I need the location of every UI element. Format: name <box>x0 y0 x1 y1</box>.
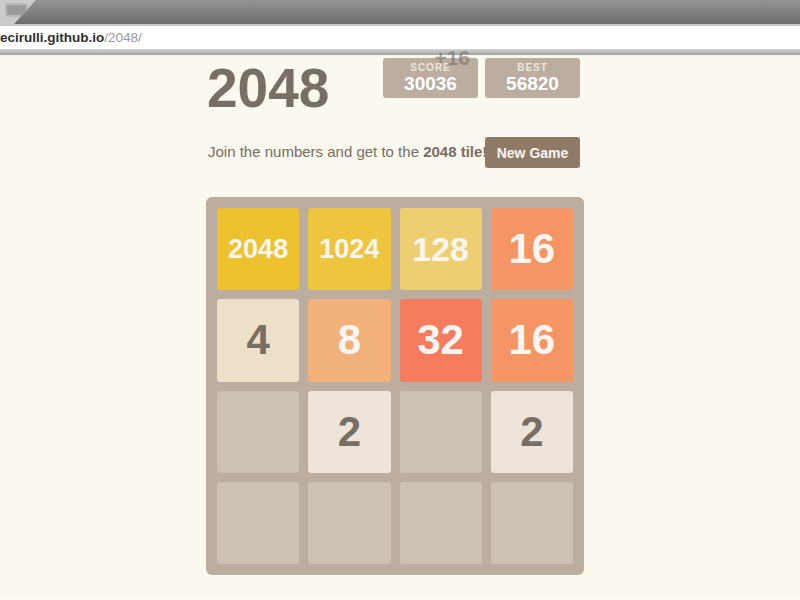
tile-4: 4 <box>217 299 299 381</box>
empty-cell <box>217 482 299 564</box>
intro-text: Join the numbers and get to the 2048 til… <box>208 143 487 160</box>
tile-2: 2 <box>308 391 390 473</box>
empty-cell <box>400 391 482 473</box>
score-addition: +16 <box>434 46 470 70</box>
tile-2: 2 <box>491 391 573 473</box>
url-domain: ecirulli.github.io <box>0 30 104 45</box>
tab-favicon-placeholder <box>5 3 28 17</box>
board: 204810241281648321622 <box>206 197 584 575</box>
best-box: BEST 56820 <box>485 58 580 98</box>
browser-tab-strip <box>0 0 800 24</box>
address-bar[interactable]: ecirulli.github.io/2048/ <box>0 26 800 49</box>
tile-2048: 2048 <box>217 208 299 290</box>
best-value: 56820 <box>506 74 559 95</box>
window-bottom-edge <box>0 596 800 600</box>
score-box: SCORE 30036 +16 <box>383 58 478 98</box>
intro-text-plain: Join the numbers and get to the <box>208 143 423 160</box>
empty-cell <box>217 391 299 473</box>
tile-8: 8 <box>308 299 390 381</box>
best-label: BEST <box>517 62 548 74</box>
scores-container: SCORE 30036 +16 BEST 56820 <box>383 58 580 98</box>
tile-128: 128 <box>400 208 482 290</box>
screen: ecirulli.github.io/2048/ 2048 SCORE 3003… <box>0 0 800 600</box>
browser-tab[interactable] <box>0 0 42 24</box>
empty-cell <box>400 482 482 564</box>
tile-32: 32 <box>400 299 482 381</box>
game-page: 2048 SCORE 30036 +16 BEST 56820 Join the… <box>0 55 800 600</box>
page-title: 2048 <box>207 60 329 118</box>
new-game-button[interactable]: New Game <box>485 137 580 168</box>
empty-cell <box>308 482 390 564</box>
url-path: /2048/ <box>104 30 142 45</box>
intro-text-bold: 2048 tile! <box>423 143 487 160</box>
tile-16: 16 <box>491 299 573 381</box>
tile-1024: 1024 <box>308 208 390 290</box>
tile-16: 16 <box>491 208 573 290</box>
score-value: 30036 <box>404 74 457 95</box>
empty-cell <box>491 482 573 564</box>
